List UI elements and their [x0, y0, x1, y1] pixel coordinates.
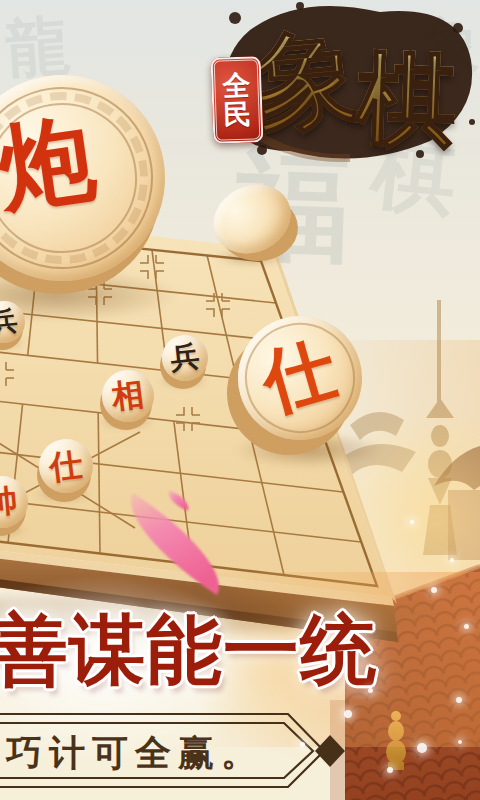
- sparkle-dot: [464, 624, 469, 629]
- piece-shi-large: 仕: [238, 316, 362, 440]
- seal-char: 民: [223, 100, 252, 130]
- piece-face: [202, 172, 303, 266]
- logo-seal-badge: 全 民: [211, 56, 264, 144]
- piece-face: 兵: [0, 299, 27, 345]
- sparkle-dot: [417, 743, 427, 753]
- piece-face: 仕: [36, 436, 96, 496]
- piece-face: 相: [99, 367, 157, 425]
- sparkle-dot: [387, 767, 393, 773]
- piece-character: 帅: [0, 474, 30, 530]
- logo-title-char: 象: [247, 6, 365, 158]
- piece-bing-edge: 兵: [0, 301, 25, 343]
- piece-face: 兵: [160, 333, 211, 384]
- banner-diamond: [315, 735, 345, 767]
- sparkle-dot: [456, 697, 462, 703]
- piece-shuai: 帅: [0, 476, 28, 528]
- game-logo: 象 棋 全 民: [200, 0, 480, 175]
- sparkle-dot: [410, 520, 414, 524]
- logo-title-char: 棋: [354, 32, 459, 170]
- piece-character: 兵: [0, 299, 27, 345]
- piece-shi-small: 仕: [39, 439, 93, 493]
- sparkle-dot: [344, 710, 352, 718]
- piece-bing-2: 兵: [162, 335, 208, 381]
- sparkle-dot: [431, 587, 437, 593]
- piece-character: 相: [99, 367, 157, 425]
- sparkle-dot: [450, 558, 454, 562]
- piece-blank-piece: [212, 186, 292, 252]
- sparkle-dot: [458, 740, 462, 744]
- piece-character: 仕: [36, 436, 96, 496]
- headline: 善谋能一统: [0, 600, 377, 703]
- banner-slogan: 巧计可全赢。: [6, 729, 264, 778]
- piece-face: 炮: [0, 62, 178, 295]
- seal-char: 全: [222, 70, 251, 100]
- sparkle-dot: [300, 742, 305, 747]
- piece-xiang: 相: [102, 370, 154, 422]
- piece-cannon-giant: 炮: [0, 75, 165, 281]
- sparkle-dot: [368, 688, 373, 693]
- piece-face: 帅: [0, 474, 30, 530]
- splash-screen: 福 棋 象 龍 祜: [0, 0, 480, 800]
- piece-character: 炮: [0, 49, 163, 282]
- piece-character: 兵: [160, 333, 211, 384]
